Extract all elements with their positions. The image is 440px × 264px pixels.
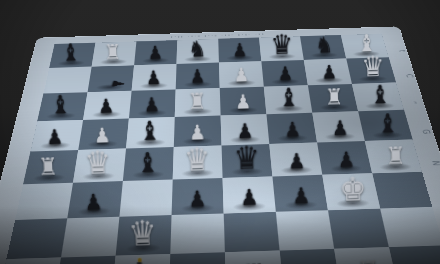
board-cell[interactable]: ♟ (176, 63, 220, 90)
piece-white-pawn[interactable]: ♟ (233, 65, 249, 84)
board-cell[interactable]: ♟ (269, 142, 322, 176)
rank-glyph: C (404, 74, 414, 78)
board-cell[interactable]: ♛ (116, 215, 172, 256)
piece-black-pawn[interactable]: ♟ (292, 185, 311, 208)
board-cell[interactable] (276, 210, 334, 250)
piece-black-knight[interactable]: ♞ (315, 34, 334, 57)
piece-black-pawn[interactable]: ♟ (143, 95, 160, 115)
chess-board-squares: ♝♜♟♞♟♛♞♝♟♟♟♟♟♟♛♝♟♟♜♟♝♜♝♟♟♝♟♟♟♟♝♜♛♝♛♛♟♟♜♟… (0, 34, 440, 264)
piece-black-pawn[interactable]: ♟ (284, 119, 301, 140)
piece-black-pawn[interactable]: ♟ (188, 188, 207, 211)
piece-black-pawn[interactable]: ♟ (288, 151, 306, 173)
piece-white-rook[interactable]: ♜ (385, 144, 406, 169)
board-cell[interactable]: ♟ (83, 91, 132, 120)
board-cell[interactable]: ♟ (219, 61, 264, 88)
board-cell[interactable]: ♟ (169, 252, 226, 264)
piece-white-rook[interactable]: ♜ (188, 90, 207, 113)
board-cell[interactable]: ♟ (54, 256, 116, 264)
piece-black-bishop[interactable]: ♝ (61, 41, 81, 65)
piece-black-queen[interactable]: ♛ (233, 141, 260, 173)
piece-black-pawn[interactable]: ♟ (98, 96, 115, 116)
board-cell[interactable] (328, 209, 389, 249)
board-cell[interactable]: ♝ (358, 110, 412, 141)
scene-background: ı·ıı ·ı·ı ı··ı ·ıı· ı·ı· ·ıı ♝♜♟♞♟♛♞♝♟♟♟… (0, 0, 440, 264)
board-cell[interactable]: ♝ (49, 43, 95, 68)
board-cell[interactable]: ♜ (365, 139, 422, 173)
board-cell[interactable]: ♟ (129, 89, 176, 118)
board-cell[interactable] (6, 218, 67, 259)
piece-black-pawn[interactable]: ♟ (321, 63, 337, 82)
piece-black-pawn[interactable]: ♟ (145, 68, 161, 87)
board-cell[interactable]: ♚ (322, 173, 380, 210)
board-cell[interactable] (389, 245, 440, 264)
board-cell[interactable]: ♝ (126, 117, 175, 148)
board-cell[interactable]: ♟ (218, 38, 261, 63)
board-cell[interactable]: ♟ (266, 113, 317, 144)
board-cell[interactable]: ♟ (132, 64, 177, 91)
piece-white-queen[interactable]: ♛ (184, 143, 211, 175)
board-cell[interactable]: ♟ (312, 111, 365, 142)
chess-board: ı·ıı ·ı·ı ı··ı ·ıı· ı·ı· ·ıı ♝♜♟♞♟♛♞♝♟♟♟… (0, 26, 440, 264)
rank-glyph: G (421, 129, 433, 134)
piece-white-king[interactable]: ♚ (339, 172, 367, 206)
board-cell[interactable]: ♜ (225, 251, 284, 264)
board-cell[interactable]: ♝ (264, 85, 312, 114)
board-cell[interactable] (170, 213, 225, 254)
board-cell[interactable]: ♟ (31, 120, 84, 152)
piece-black-bishop[interactable]: ♝ (278, 85, 299, 111)
board-cell[interactable]: ♞ (300, 35, 346, 60)
board-cell[interactable]: ♜ (308, 84, 358, 113)
board-cell[interactable]: ♚ (111, 254, 170, 264)
board-cell[interactable] (380, 207, 440, 247)
board-cell[interactable]: ♝ (352, 83, 404, 112)
board-cell[interactable]: ♛ (73, 148, 126, 182)
piece-black-bishop[interactable]: ♝ (50, 92, 72, 118)
board-cell[interactable] (280, 249, 341, 264)
piece-white-pawn[interactable]: ♟ (235, 92, 252, 112)
piece-black-bishop[interactable]: ♝ (139, 118, 161, 145)
board-cell[interactable]: ♜ (175, 88, 221, 117)
piece-black-pawn[interactable]: ♟ (189, 67, 205, 86)
board-cell[interactable]: ♛ (173, 145, 223, 179)
board-cell[interactable]: ♞ (177, 39, 219, 64)
piece-black-pawn[interactable]: ♟ (147, 44, 162, 63)
piece-black-bishop[interactable]: ♝ (369, 82, 390, 108)
board-cell[interactable] (224, 212, 280, 253)
piece-white-rook[interactable]: ♜ (356, 257, 380, 264)
rank-glyph: N (430, 161, 440, 166)
piece-white-queen[interactable]: ♛ (128, 215, 158, 250)
piece-black-queen[interactable]: ♛ (270, 30, 293, 58)
board-cell[interactable]: ♟ (223, 176, 276, 213)
board-cell[interactable]: ♟ (172, 178, 224, 215)
piece-black-bishop[interactable]: ♝ (136, 149, 159, 177)
piece-black-knight[interactable]: ♞ (188, 38, 207, 61)
board-cell[interactable]: ♜ (23, 150, 78, 184)
board-cell[interactable]: ♝ (123, 147, 174, 181)
piece-white-rook[interactable]: ♜ (38, 155, 59, 180)
piece-black-pawn[interactable]: ♟ (277, 64, 293, 83)
board-cell[interactable] (372, 172, 432, 209)
board-cell[interactable] (15, 183, 73, 220)
piece-white-queen[interactable]: ♛ (84, 146, 111, 178)
board-cell[interactable]: ♟ (67, 181, 123, 218)
piece-black-pawn[interactable]: ♟ (84, 191, 103, 214)
board-cell[interactable]: ♟ (304, 59, 352, 86)
board-cell[interactable]: ♟ (220, 87, 267, 116)
piece-black-pawn[interactable]: ♟ (240, 186, 259, 209)
board-cell[interactable]: ♛ (222, 144, 273, 178)
piece-black-pawn[interactable]: ♟ (331, 118, 348, 139)
piece-black-king[interactable]: ♚ (124, 256, 155, 264)
board-cell[interactable] (61, 217, 119, 258)
piece-black-pawn[interactable]: ♟ (337, 149, 355, 171)
board-cell[interactable]: ♟ (88, 65, 135, 92)
board-cell[interactable]: ♟ (272, 175, 328, 212)
rank-glyph: „ (413, 101, 424, 104)
piece-black-bishop[interactable]: ♝ (377, 111, 399, 138)
piece-white-rook[interactable]: ♜ (104, 42, 122, 64)
piece-black-pawn[interactable]: ♟ (46, 127, 64, 148)
board-cell[interactable]: ♝ (37, 92, 87, 121)
board-cell[interactable] (119, 180, 172, 217)
board-cell[interactable]: ♛ (259, 36, 304, 61)
board-cell[interactable]: ♜ (92, 41, 137, 66)
piece-black-pawn[interactable]: ♟ (232, 41, 247, 60)
piece-white-queen[interactable]: ♛ (361, 52, 385, 81)
board-cell[interactable]: ♟ (0, 257, 61, 264)
board-cell[interactable]: ♟ (134, 40, 177, 65)
rank-glyph: t (398, 50, 408, 52)
piece-white-rook[interactable]: ♜ (325, 86, 344, 109)
